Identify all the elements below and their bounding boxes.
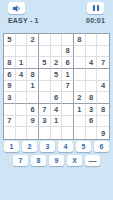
board-cell-r9c3[interactable]: [27, 127, 39, 139]
board-cell-r8c5[interactable]: 1: [51, 116, 63, 128]
board-cell-r7c9[interactable]: 8: [97, 104, 109, 116]
board-cell-r2c3[interactable]: [27, 46, 39, 58]
board-cell-r3c8[interactable]: 4: [86, 57, 98, 69]
board-cell-r1c2[interactable]: [16, 34, 28, 46]
board-cell-r5c5[interactable]: [51, 81, 63, 93]
board-cell-r9c8[interactable]: [86, 127, 98, 139]
board-cell-r6c3[interactable]: [27, 92, 39, 104]
sound-button[interactable]: [8, 2, 25, 14]
board-cell-r5c2[interactable]: [16, 81, 28, 93]
board-cell-r5c8[interactable]: [86, 81, 98, 93]
board-cell-r6c6[interactable]: [62, 92, 74, 104]
board-cell-r9c6[interactable]: [62, 127, 74, 139]
board-cell-r3c7[interactable]: [74, 57, 86, 69]
timer: 00:01: [86, 17, 105, 24]
board-cell-r7c3[interactable]: 6: [27, 104, 39, 116]
board-cell-r1c7[interactable]: 8: [74, 34, 86, 46]
board-cell-r5c7[interactable]: [74, 81, 86, 93]
pause-icon: [93, 5, 99, 11]
board-cell-r5c9[interactable]: 4: [97, 81, 109, 93]
board-cell-r8c9[interactable]: [97, 116, 109, 128]
board-cell-r3c6[interactable]: 6: [62, 57, 74, 69]
board-cell-r6c4[interactable]: [39, 92, 51, 104]
board-cell-r5c6[interactable]: 7: [62, 81, 74, 93]
board-cell-r4c8[interactable]: [86, 69, 98, 81]
board-cell-r2c1[interactable]: [4, 46, 16, 58]
board-cell-r2c2[interactable]: [16, 46, 28, 58]
board-cell-r3c1[interactable]: 8: [4, 57, 16, 69]
keypad-clear-button[interactable]: X: [67, 155, 82, 166]
keypad-number-8[interactable]: 8: [31, 155, 46, 166]
board-cell-r4c4[interactable]: [39, 69, 51, 81]
board-cell-r7c4[interactable]: 7: [39, 104, 51, 116]
board-cell-r9c5[interactable]: [51, 127, 63, 139]
board-cell-r3c5[interactable]: 2: [51, 57, 63, 69]
board-cell-r6c5[interactable]: 6: [51, 92, 63, 104]
board-cell-r4c7[interactable]: [74, 69, 86, 81]
board-cell-r1c6[interactable]: [62, 34, 74, 46]
board-cell-r8c6[interactable]: [62, 116, 74, 128]
board-cell-r4c6[interactable]: 1: [62, 69, 74, 81]
keypad-number-1[interactable]: 1: [4, 141, 19, 152]
board-cell-r9c2[interactable]: [16, 127, 28, 139]
board-cell-r1c8[interactable]: [86, 34, 98, 46]
board-cell-r1c4[interactable]: [39, 34, 51, 46]
board-cell-r2c6[interactable]: 8: [62, 46, 74, 58]
board-cell-r1c9[interactable]: [97, 34, 109, 46]
pause-button[interactable]: [87, 2, 104, 14]
board-cell-r7c2[interactable]: [16, 104, 28, 116]
board-cell-r4c5[interactable]: 5: [51, 69, 63, 81]
board-cell-r2c4[interactable]: [39, 46, 51, 58]
board-cell-r9c4[interactable]: [39, 127, 51, 139]
board-cell-r8c2[interactable]: [16, 116, 28, 128]
board-cell-r1c5[interactable]: [51, 34, 63, 46]
board-cell-r4c1[interactable]: 6: [4, 69, 16, 81]
board-cell-r5c1[interactable]: 9: [4, 81, 16, 93]
board-cell-r5c3[interactable]: 1: [27, 81, 39, 93]
keypad-row-2: 789X—: [0, 155, 113, 166]
board-cell-r8c8[interactable]: 6: [86, 116, 98, 128]
board-cell-r3c3[interactable]: [27, 57, 39, 69]
board-cell-r9c9[interactable]: 9: [97, 127, 109, 139]
board-cell-r5c4[interactable]: [39, 81, 51, 93]
board-cell-r3c4[interactable]: 5: [39, 57, 51, 69]
keypad-number-3[interactable]: 3: [40, 141, 55, 152]
keypad-number-9[interactable]: 9: [49, 155, 64, 166]
board-cell-r7c6[interactable]: [62, 104, 74, 116]
difficulty-label: EASY - 1: [8, 17, 39, 24]
board-cell-r9c1[interactable]: [4, 127, 16, 139]
board-cell-r4c3[interactable]: 8: [27, 69, 39, 81]
board-cell-r2c7[interactable]: [74, 46, 86, 58]
board-cell-r2c9[interactable]: [97, 46, 109, 58]
keypad-number-5[interactable]: 5: [76, 141, 91, 152]
board-cell-r6c9[interactable]: [97, 92, 109, 104]
keypad-number-2[interactable]: 2: [22, 141, 37, 152]
keypad-number-6[interactable]: 6: [94, 141, 109, 152]
board-cell-r6c1[interactable]: 3: [4, 92, 16, 104]
board-cell-r8c3[interactable]: 9: [27, 116, 39, 128]
keypad-number-4[interactable]: 4: [58, 141, 73, 152]
keypad-dash-button[interactable]: —: [85, 155, 100, 166]
board-cell-r1c1[interactable]: 5: [4, 34, 16, 46]
board-cell-r4c9[interactable]: [97, 69, 109, 81]
board-cell-r3c9[interactable]: 7: [97, 57, 109, 69]
board-cell-r1c3[interactable]: 2: [27, 34, 39, 46]
board-cell-r2c5[interactable]: [51, 46, 63, 58]
board-cell-r7c1[interactable]: [4, 104, 16, 116]
board-cell-r6c7[interactable]: 2: [74, 92, 86, 104]
board-cell-r9c7[interactable]: [74, 127, 86, 139]
speaker-icon: [12, 0, 21, 17]
board-cell-r7c5[interactable]: 4: [51, 104, 63, 116]
sudoku-grid: 528881526476485191743628674138793169: [3, 33, 110, 140]
board-cell-r8c7[interactable]: [74, 116, 86, 128]
board-cell-r7c8[interactable]: 3: [86, 104, 98, 116]
board-cell-r6c2[interactable]: [16, 92, 28, 104]
board-cell-r8c1[interactable]: 7: [4, 116, 16, 128]
board-cell-r4c2[interactable]: 4: [16, 69, 28, 81]
board-cell-r7c7[interactable]: 1: [74, 104, 86, 116]
board-cell-r3c2[interactable]: 1: [16, 57, 28, 69]
keypad-number-7[interactable]: 7: [13, 155, 28, 166]
board-cell-r6c8[interactable]: 8: [86, 92, 98, 104]
board-cell-r2c8[interactable]: [86, 46, 98, 58]
keypad-row-1: 123456: [0, 141, 113, 152]
board-cell-r8c4[interactable]: 3: [39, 116, 51, 128]
